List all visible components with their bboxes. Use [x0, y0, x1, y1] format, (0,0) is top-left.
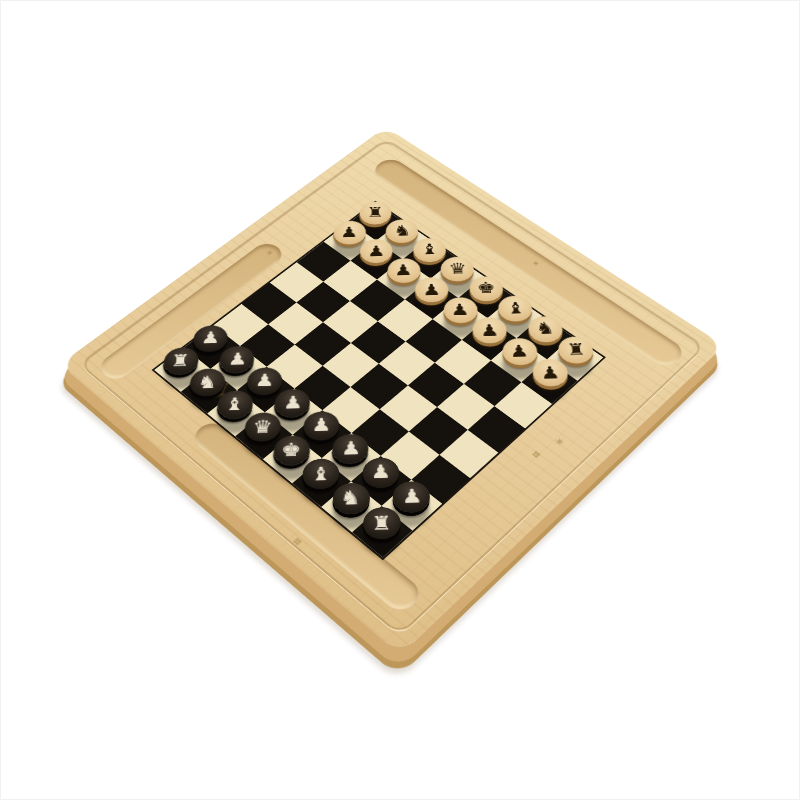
- star-engraving-west: ✶: [265, 249, 274, 257]
- piece-glyph-pawn: ♟: [371, 463, 392, 482]
- piece-glyph-bishop: ♝: [311, 465, 331, 484]
- piece-glyph-rook: ♜: [566, 341, 587, 358]
- piece-glyph-pawn: ♟: [283, 394, 303, 412]
- piece-glyph-pawn: ♟: [540, 364, 561, 381]
- piece-glyph-pawn: ♟: [255, 372, 275, 390]
- piece-glyph-pawn: ♟: [311, 417, 331, 435]
- piece-glyph-pawn: ♟: [401, 487, 422, 507]
- piece-glyph-rook: ♜: [171, 352, 191, 369]
- piece-glyph-rook: ♜: [371, 513, 392, 533]
- piece-glyph-pawn: ♟: [227, 351, 247, 368]
- piece-glyph-pawn: ♟: [451, 302, 471, 318]
- piece-glyph-pawn: ♟: [341, 225, 359, 240]
- piece-glyph-pawn: ♟: [367, 244, 385, 259]
- piece-glyph-knight: ♞: [393, 224, 411, 239]
- piece-glyph-king: ♚: [281, 441, 301, 460]
- piece-glyph-pawn: ♟: [509, 343, 530, 360]
- piece-glyph-knight: ♞: [535, 321, 556, 338]
- piece-glyph-pawn: ♟: [422, 282, 441, 298]
- piece-glyph-queen: ♛: [253, 418, 273, 436]
- chess-board-slab: ♜♞♝♛♚♝♞♜♟♟♟♟♟♟♟♟♟♟♟♟♟♟♟♟♜♞♝♛♚♝♞♜ ♛✶❖✶✦❖: [60, 127, 724, 655]
- piece-glyph-pawn: ♟: [480, 322, 500, 339]
- piece-glyph-pawn: ♟: [394, 263, 413, 279]
- board-scene: ♜♞♝♛♚♝♞♜♟♟♟♟♟♟♟♟♟♟♟♟♟♟♟♟♜♞♝♛♚♝♞♜ ♛✶❖✶✦❖: [0, 0, 800, 800]
- piece-glyph-rook: ♜: [367, 206, 385, 221]
- piece-glyph-bishop: ♝: [420, 242, 439, 257]
- piece-glyph-knight: ♞: [197, 374, 217, 392]
- star-engraving-north: ✦: [531, 260, 541, 268]
- piece-glyph-pawn: ♟: [201, 330, 221, 347]
- piece-glyph-queen: ♛: [448, 261, 467, 277]
- piece-glyph-bishop: ♝: [225, 396, 245, 414]
- piece-glyph-bishop: ♝: [505, 300, 525, 316]
- piece-glyph-knight: ♞: [341, 489, 362, 509]
- piece-glyph-pawn: ♟: [341, 439, 361, 458]
- piece-glyph-king: ♚: [476, 281, 496, 297]
